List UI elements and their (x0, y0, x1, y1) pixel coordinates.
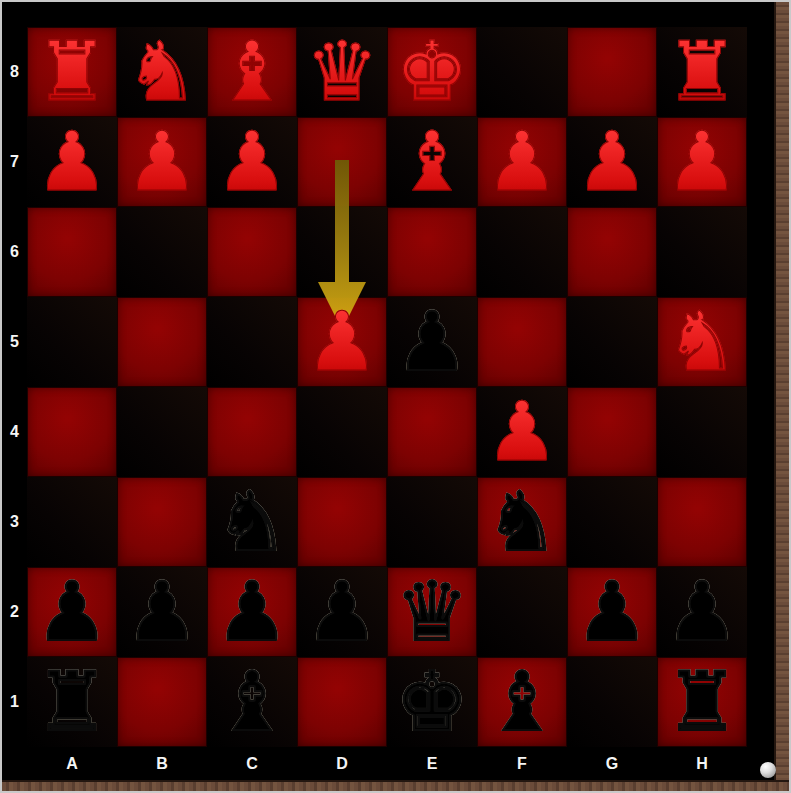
red-knight[interactable]: ♞ (125, 27, 199, 117)
file-label-a: A (27, 747, 117, 781)
rank-label-6: 6 (2, 207, 27, 297)
square-e3[interactable] (387, 477, 477, 567)
white-knight[interactable]: ♞ (215, 477, 289, 567)
square-e7[interactable]: ♝ (387, 117, 477, 207)
red-pawn[interactable]: ♟ (575, 117, 649, 207)
file-label-g: G (567, 747, 657, 781)
white-pawn[interactable]: ♟ (395, 297, 469, 387)
square-h7[interactable]: ♟ (657, 117, 747, 207)
white-pawn[interactable]: ♟ (125, 567, 199, 657)
rank-label-5: 5 (2, 297, 27, 387)
square-d1[interactable] (297, 657, 387, 747)
white-pawn[interactable]: ♟ (305, 567, 379, 657)
square-g4[interactable] (567, 387, 657, 477)
square-e4[interactable] (387, 387, 477, 477)
square-g3[interactable] (567, 477, 657, 567)
white-bishop[interactable]: ♝ (485, 657, 559, 747)
rank-label-7: 7 (2, 117, 27, 207)
square-f7[interactable]: ♟ (477, 117, 567, 207)
square-c1[interactable]: ♝ (207, 657, 297, 747)
square-e5[interactable]: ♟ (387, 297, 477, 387)
rank-label-8: 8 (2, 27, 27, 117)
square-f6[interactable] (477, 207, 567, 297)
white-rook[interactable]: ♜ (665, 657, 739, 747)
square-b5[interactable] (117, 297, 207, 387)
rank-label-4: 4 (2, 387, 27, 477)
red-pawn[interactable]: ♟ (485, 117, 559, 207)
square-a6[interactable] (27, 207, 117, 297)
square-d4[interactable] (297, 387, 387, 477)
square-f1[interactable]: ♝ (477, 657, 567, 747)
red-pawn[interactable]: ♟ (35, 117, 109, 207)
square-f3[interactable]: ♞ (477, 477, 567, 567)
file-label-f: F (477, 747, 567, 781)
square-c2[interactable]: ♟ (207, 567, 297, 657)
square-d5[interactable]: ♟ (297, 297, 387, 387)
red-king[interactable]: ♚ (395, 27, 469, 117)
file-label-b: B (117, 747, 207, 781)
square-g1[interactable] (567, 657, 657, 747)
square-d6[interactable] (297, 207, 387, 297)
square-c6[interactable] (207, 207, 297, 297)
square-h3[interactable] (657, 477, 747, 567)
square-c4[interactable] (207, 387, 297, 477)
square-b8[interactable]: ♞ (117, 27, 207, 117)
board-frame-right (774, 2, 789, 791)
square-a4[interactable] (27, 387, 117, 477)
square-h1[interactable]: ♜ (657, 657, 747, 747)
board-frame-bottom (2, 780, 789, 791)
square-g2[interactable]: ♟ (567, 567, 657, 657)
square-e1[interactable]: ♚ (387, 657, 477, 747)
square-a1[interactable]: ♜ (27, 657, 117, 747)
red-pawn[interactable]: ♟ (665, 117, 739, 207)
square-e8[interactable]: ♚ (387, 27, 477, 117)
square-b2[interactable]: ♟ (117, 567, 207, 657)
square-b4[interactable] (117, 387, 207, 477)
square-c5[interactable] (207, 297, 297, 387)
red-pawn[interactable]: ♟ (485, 387, 559, 477)
square-f2[interactable] (477, 567, 567, 657)
square-h6[interactable] (657, 207, 747, 297)
white-pawn[interactable]: ♟ (215, 567, 289, 657)
white-pawn[interactable]: ♟ (575, 567, 649, 657)
board-grid: ♜♞♝♛♚♜♟♟♟♝♟♟♟♟♟♞♟♞♞♟♟♟♟♛♟♟♜♝♚♝♜ (27, 27, 747, 747)
white-queen[interactable]: ♛ (395, 567, 469, 657)
file-label-c: C (207, 747, 297, 781)
square-f8[interactable] (477, 27, 567, 117)
red-rook[interactable]: ♜ (665, 27, 739, 117)
square-g5[interactable] (567, 297, 657, 387)
file-label-d: D (297, 747, 387, 781)
square-h2[interactable]: ♟ (657, 567, 747, 657)
square-b1[interactable] (117, 657, 207, 747)
white-king[interactable]: ♚ (395, 657, 469, 747)
red-rook[interactable]: ♜ (35, 27, 109, 117)
square-f4[interactable]: ♟ (477, 387, 567, 477)
white-knight[interactable]: ♞ (485, 477, 559, 567)
square-c3[interactable]: ♞ (207, 477, 297, 567)
red-pawn[interactable]: ♟ (215, 117, 289, 207)
file-label-h: H (657, 747, 747, 781)
rank-label-1: 1 (2, 657, 27, 747)
side-to-move-indicator-sphere (760, 762, 776, 778)
white-rook[interactable]: ♜ (35, 657, 109, 747)
red-bishop[interactable]: ♝ (215, 27, 289, 117)
white-pawn[interactable]: ♟ (665, 567, 739, 657)
square-d8[interactable]: ♛ (297, 27, 387, 117)
square-d2[interactable]: ♟ (297, 567, 387, 657)
square-e2[interactable]: ♛ (387, 567, 477, 657)
square-a8[interactable]: ♜ (27, 27, 117, 117)
white-bishop[interactable]: ♝ (215, 657, 289, 747)
square-g8[interactable] (567, 27, 657, 117)
red-pawn[interactable]: ♟ (305, 297, 379, 387)
square-g7[interactable]: ♟ (567, 117, 657, 207)
square-e6[interactable] (387, 207, 477, 297)
square-c7[interactable]: ♟ (207, 117, 297, 207)
white-pawn[interactable]: ♟ (35, 567, 109, 657)
red-knight[interactable]: ♞ (665, 297, 739, 387)
square-a2[interactable]: ♟ (27, 567, 117, 657)
square-b7[interactable]: ♟ (117, 117, 207, 207)
rank-label-2: 2 (2, 567, 27, 657)
file-label-e: E (387, 747, 477, 781)
red-queen[interactable]: ♛ (305, 27, 379, 117)
chess-app-window: ♜♞♝♛♚♜♟♟♟♝♟♟♟♟♟♞♟♞♞♟♟♟♟♛♟♟♜♝♚♝♜ 87654321… (0, 0, 791, 793)
red-bishop[interactable]: ♝ (395, 117, 469, 207)
square-h4[interactable] (657, 387, 747, 477)
square-a3[interactable] (27, 477, 117, 567)
square-b6[interactable] (117, 207, 207, 297)
square-d7[interactable] (297, 117, 387, 207)
square-f5[interactable] (477, 297, 567, 387)
rank-label-3: 3 (2, 477, 27, 567)
square-a5[interactable] (27, 297, 117, 387)
square-h8[interactable]: ♜ (657, 27, 747, 117)
square-a7[interactable]: ♟ (27, 117, 117, 207)
square-c8[interactable]: ♝ (207, 27, 297, 117)
square-b3[interactable] (117, 477, 207, 567)
square-d3[interactable] (297, 477, 387, 567)
square-g6[interactable] (567, 207, 657, 297)
square-h5[interactable]: ♞ (657, 297, 747, 387)
red-pawn[interactable]: ♟ (125, 117, 199, 207)
